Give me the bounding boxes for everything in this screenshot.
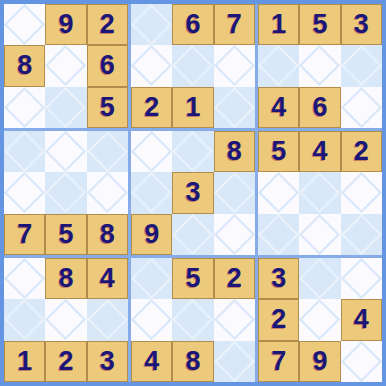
cell-r4c5-empty[interactable]	[172, 131, 213, 172]
cell-r9c3-given: 3	[87, 341, 128, 382]
box-r2c3: 542	[258, 131, 382, 255]
box-r3c2: 5248	[131, 258, 255, 382]
cell-r1c2-given: 9	[45, 4, 86, 45]
cell-r8c8-empty[interactable]	[299, 299, 340, 340]
cell-r2c1-given: 8	[4, 45, 45, 86]
cell-r1c1-empty[interactable]	[4, 4, 45, 45]
cell-r9c1-given: 1	[4, 341, 45, 382]
cell-r4c9-given: 2	[341, 131, 382, 172]
cell-r2c2-empty[interactable]	[45, 45, 86, 86]
cell-r5c6-empty[interactable]	[214, 172, 255, 213]
cell-r7c1-empty[interactable]	[4, 258, 45, 299]
box-r1c1: 92865	[4, 4, 128, 128]
cell-r7c4-empty[interactable]	[131, 258, 172, 299]
cell-r6c3-given: 8	[87, 214, 128, 255]
cell-r3c3-given: 5	[87, 87, 128, 128]
cell-r4c6-given: 8	[214, 131, 255, 172]
cell-r2c3-given: 6	[87, 45, 128, 86]
cell-r4c7-given: 5	[258, 131, 299, 172]
cell-r2c5-empty[interactable]	[172, 45, 213, 86]
box-r2c2: 839	[131, 131, 255, 255]
cell-r1c3-given: 2	[87, 4, 128, 45]
cell-r5c7-empty[interactable]	[258, 172, 299, 213]
cell-r3c9-empty[interactable]	[341, 87, 382, 128]
box-r3c3: 32479	[258, 258, 382, 382]
cell-r4c8-given: 4	[299, 131, 340, 172]
cell-r9c5-given: 8	[172, 341, 213, 382]
cell-r6c7-empty[interactable]	[258, 214, 299, 255]
box-r2c1: 758	[4, 131, 128, 255]
cell-r7c9-empty[interactable]	[341, 258, 382, 299]
cell-r5c5-given: 3	[172, 172, 213, 213]
cell-r1c6-given: 7	[214, 4, 255, 45]
cell-r3c6-empty[interactable]	[214, 87, 255, 128]
cell-r9c6-empty[interactable]	[214, 341, 255, 382]
cell-r3c7-given: 4	[258, 87, 299, 128]
cell-r5c1-empty[interactable]	[4, 172, 45, 213]
cell-r4c2-empty[interactable]	[45, 131, 86, 172]
cell-r4c4-empty[interactable]	[131, 131, 172, 172]
box-r3c1: 84123	[4, 258, 128, 382]
cell-r2c9-empty[interactable]	[341, 45, 382, 86]
cell-r6c8-empty[interactable]	[299, 214, 340, 255]
cell-r3c5-given: 1	[172, 87, 213, 128]
cell-r7c2-given: 8	[45, 258, 86, 299]
cell-r9c4-given: 4	[131, 341, 172, 382]
cell-r9c9-empty[interactable]	[341, 341, 382, 382]
cell-r6c5-empty[interactable]	[172, 214, 213, 255]
cell-r2c8-empty[interactable]	[299, 45, 340, 86]
cell-r8c5-empty[interactable]	[172, 299, 213, 340]
cell-r1c8-given: 5	[299, 4, 340, 45]
cell-r4c1-empty[interactable]	[4, 131, 45, 172]
cell-r7c7-given: 3	[258, 258, 299, 299]
cell-r7c3-given: 4	[87, 258, 128, 299]
cell-r5c8-empty[interactable]	[299, 172, 340, 213]
cell-r8c9-given: 4	[341, 299, 382, 340]
cell-r3c1-empty[interactable]	[4, 87, 45, 128]
cell-r2c4-empty[interactable]	[131, 45, 172, 86]
cell-r8c7-given: 2	[258, 299, 299, 340]
cell-r5c2-empty[interactable]	[45, 172, 86, 213]
sudoku-grid: 9286567211534675883954284123524832479	[4, 4, 382, 382]
cell-r7c8-empty[interactable]	[299, 258, 340, 299]
cell-r3c8-given: 6	[299, 87, 340, 128]
cell-r1c5-given: 6	[172, 4, 213, 45]
cell-r6c1-given: 7	[4, 214, 45, 255]
sudoku-board: 9286567211534675883954284123524832479	[0, 0, 386, 386]
box-r1c3: 15346	[258, 4, 382, 128]
cell-r4c3-empty[interactable]	[87, 131, 128, 172]
cell-r7c5-given: 5	[172, 258, 213, 299]
cell-r9c2-given: 2	[45, 341, 86, 382]
cell-r6c6-empty[interactable]	[214, 214, 255, 255]
cell-r1c4-empty[interactable]	[131, 4, 172, 45]
cell-r8c1-empty[interactable]	[4, 299, 45, 340]
cell-r7c6-given: 2	[214, 258, 255, 299]
cell-r6c2-given: 5	[45, 214, 86, 255]
cell-r5c9-empty[interactable]	[341, 172, 382, 213]
cell-r9c7-given: 7	[258, 341, 299, 382]
cell-r2c7-empty[interactable]	[258, 45, 299, 86]
cell-r8c4-empty[interactable]	[131, 299, 172, 340]
cell-r8c2-empty[interactable]	[45, 299, 86, 340]
cell-r1c9-given: 3	[341, 4, 382, 45]
cell-r5c3-empty[interactable]	[87, 172, 128, 213]
cell-r2c6-empty[interactable]	[214, 45, 255, 86]
cell-r6c4-given: 9	[131, 214, 172, 255]
cell-r8c6-empty[interactable]	[214, 299, 255, 340]
cell-r3c2-empty[interactable]	[45, 87, 86, 128]
cell-r3c4-given: 2	[131, 87, 172, 128]
cell-r8c3-empty[interactable]	[87, 299, 128, 340]
cell-r6c9-empty[interactable]	[341, 214, 382, 255]
box-r1c2: 6721	[131, 4, 255, 128]
cell-r5c4-empty[interactable]	[131, 172, 172, 213]
cell-r1c7-given: 1	[258, 4, 299, 45]
cell-r9c8-given: 9	[299, 341, 340, 382]
